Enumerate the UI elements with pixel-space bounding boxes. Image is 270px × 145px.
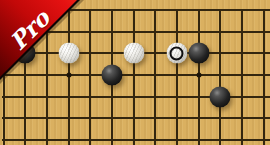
grid-line-vertical [133,9,135,145]
last-move-circle-marker [170,46,184,60]
black-stone-K17[interactable] [188,43,209,64]
grid-line-vertical [154,9,156,145]
grid-line-horizontal [2,74,270,76]
grid-line-horizontal [2,31,270,33]
grid-line-horizontal [2,117,270,119]
go-app-screenshot: Pro [0,0,270,145]
grid-line-vertical [3,9,5,145]
grid-line-vertical [89,9,91,145]
star-point-D16 [66,73,71,78]
white-stone-G17[interactable] [123,43,144,64]
grid-line-vertical [241,9,243,145]
grid-line-vertical [24,9,26,145]
star-point-K16 [196,73,201,78]
black-stone-F16[interactable] [101,65,122,86]
grid-line-horizontal [2,139,270,141]
black-stone-L15[interactable] [210,86,231,107]
go-board[interactable] [0,0,270,145]
grid-line-horizontal [2,9,270,11]
white-stone-D17[interactable] [58,43,79,64]
grid-line-vertical [176,9,178,145]
grid-line-vertical [219,9,221,145]
white-stone-J17[interactable] [166,43,187,64]
grid-line-vertical [46,9,48,145]
black-stone-B17[interactable] [15,43,36,64]
grid-line-vertical [263,9,265,145]
